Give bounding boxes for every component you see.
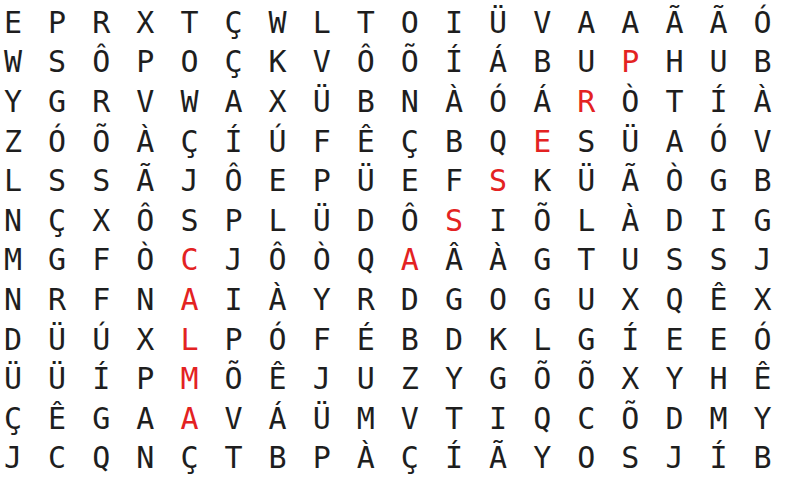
grid-cell-r8c7[interactable]: À [256,280,300,320]
grid-cell-r9c13[interactable]: L [520,320,564,360]
grid-cell-r2c12[interactable]: Á [476,43,520,83]
grid-cell-r9c5[interactable]: L [167,320,211,360]
grid-cell-r6c6[interactable]: P [211,201,255,241]
grid-cell-r4c18[interactable]: V [741,122,785,162]
grid-cell-r10c2[interactable]: Ü [35,359,79,399]
grid-cell-r9c17[interactable]: E [697,320,741,360]
grid-cell-r7c6[interactable]: J [211,241,255,281]
grid-cell-r10c8[interactable]: J [300,359,344,399]
grid-cell-r8c4[interactable]: N [123,280,167,320]
grid-cell-r6c2[interactable]: Ç [35,201,79,241]
grid-cell-r3c14[interactable]: R [564,82,608,122]
grid-cell-r10c7[interactable]: Ê [256,359,300,399]
grid-cell-r4c16[interactable]: A [652,122,696,162]
grid-cell-r8c3[interactable]: F [79,280,123,320]
grid-cell-r5c16[interactable]: Ò [652,161,696,201]
grid-cell-r11c2[interactable]: Ê [35,399,79,439]
grid-cell-r8c9[interactable]: R [344,280,388,320]
grid-cell-r4c12[interactable]: Q [476,122,520,162]
grid-cell-r3c5[interactable]: W [167,82,211,122]
grid-cell-r5c10[interactable]: E [388,161,432,201]
grid-cell-r12c18[interactable]: B [741,439,785,479]
grid-cell-r12c6[interactable]: T [211,439,255,479]
grid-cell-r5c1[interactable]: L [0,161,35,201]
grid-cell-r4c8[interactable]: F [300,122,344,162]
grid-cell-r12c8[interactable]: P [300,439,344,479]
grid-cell-r7c10[interactable]: A [388,241,432,281]
grid-cell-r10c3[interactable]: Í [79,359,123,399]
grid-cell-r7c16[interactable]: S [652,241,696,281]
grid-cell-r4c14[interactable]: S [564,122,608,162]
grid-cell-r3c18[interactable]: À [741,82,785,122]
grid-cell-r7c18[interactable]: J [741,241,785,281]
grid-cell-r5c9[interactable]: Ü [344,161,388,201]
grid-cell-r12c10[interactable]: Ç [388,439,432,479]
grid-cell-r6c14[interactable]: L [564,201,608,241]
grid-cell-r6c16[interactable]: D [652,201,696,241]
grid-cell-r6c15[interactable]: À [608,201,652,241]
grid-cell-r12c17[interactable]: Í [697,439,741,479]
grid-cell-r3c16[interactable]: T [652,82,696,122]
grid-cell-r12c2[interactable]: C [35,439,79,479]
grid-cell-r7c13[interactable]: G [520,241,564,281]
grid-cell-r2c14[interactable]: U [564,43,608,83]
grid-cell-r10c9[interactable]: U [344,359,388,399]
grid-cell-r12c16[interactable]: J [652,439,696,479]
grid-cell-r4c10[interactable]: Ç [388,122,432,162]
grid-cell-r1c6[interactable]: Ç [211,3,255,43]
grid-cell-r3c6[interactable]: A [211,82,255,122]
grid-cell-r4c17[interactable]: Ó [697,122,741,162]
grid-cell-r6c7[interactable]: L [256,201,300,241]
grid-cell-r10c11[interactable]: Y [432,359,476,399]
grid-cell-r5c12[interactable]: S [476,161,520,201]
grid-cell-r7c8[interactable]: Ò [300,241,344,281]
grid-cell-r5c5[interactable]: J [167,161,211,201]
grid-cell-r3c10[interactable]: N [388,82,432,122]
grid-cell-r2c15[interactable]: P [608,43,652,83]
grid-cell-r8c1[interactable]: N [0,280,35,320]
grid-cell-r11c4[interactable]: A [123,399,167,439]
grid-cell-r6c1[interactable]: N [0,201,35,241]
grid-cell-r11c15[interactable]: Õ [608,399,652,439]
grid-cell-r9c6[interactable]: P [211,320,255,360]
grid-cell-r1c16[interactable]: Ã [652,3,696,43]
grid-cell-r3c8[interactable]: Ü [300,82,344,122]
grid-cell-r12c13[interactable]: Y [520,439,564,479]
grid-cell-r10c10[interactable]: Z [388,359,432,399]
grid-cell-r1c8[interactable]: L [300,3,344,43]
grid-cell-r11c1[interactable]: Ç [0,399,35,439]
grid-cell-r9c2[interactable]: Ü [35,320,79,360]
grid-cell-r10c16[interactable]: Y [652,359,696,399]
grid-cell-r2c17[interactable]: U [697,43,741,83]
grid-cell-r5c14[interactable]: Ü [564,161,608,201]
grid-cell-r11c5[interactable]: A [167,399,211,439]
grid-cell-r1c11[interactable]: I [432,3,476,43]
grid-cell-r1c7[interactable]: W [256,3,300,43]
grid-cell-r11c6[interactable]: V [211,399,255,439]
grid-cell-r1c9[interactable]: T [344,3,388,43]
grid-cell-r4c6[interactable]: Í [211,122,255,162]
grid-cell-r2c8[interactable]: V [300,43,344,83]
grid-cell-r11c16[interactable]: D [652,399,696,439]
grid-cell-r3c11[interactable]: À [432,82,476,122]
grid-cell-r11c10[interactable]: V [388,399,432,439]
grid-cell-r8c10[interactable]: D [388,280,432,320]
grid-cell-r12c7[interactable]: B [256,439,300,479]
grid-cell-r6c10[interactable]: Ô [388,201,432,241]
grid-cell-r6c5[interactable]: S [167,201,211,241]
grid-cell-r2c1[interactable]: W [0,43,35,83]
grid-cell-r6c13[interactable]: Õ [520,201,564,241]
grid-cell-r5c6[interactable]: Ô [211,161,255,201]
grid-cell-r9c3[interactable]: Ú [79,320,123,360]
grid-cell-r8c18[interactable]: X [741,280,785,320]
grid-cell-r5c3[interactable]: S [79,161,123,201]
grid-cell-r2c11[interactable]: Í [432,43,476,83]
grid-cell-r4c7[interactable]: Ú [256,122,300,162]
grid-cell-r8c15[interactable]: X [608,280,652,320]
grid-cell-r2c5[interactable]: O [167,43,211,83]
grid-cell-r3c4[interactable]: V [123,82,167,122]
grid-cell-r4c4[interactable]: À [123,122,167,162]
grid-cell-r2c6[interactable]: Ç [211,43,255,83]
grid-cell-r10c18[interactable]: Ê [741,359,785,399]
grid-cell-r6c11[interactable]: S [432,201,476,241]
grid-cell-r3c1[interactable]: Y [0,82,35,122]
grid-cell-r10c1[interactable]: Ü [0,359,35,399]
grid-cell-r8c11[interactable]: G [432,280,476,320]
grid-cell-r10c17[interactable]: H [697,359,741,399]
grid-cell-r4c15[interactable]: Ü [608,122,652,162]
grid-cell-r11c3[interactable]: G [79,399,123,439]
grid-cell-r8c14[interactable]: U [564,280,608,320]
grid-cell-r4c9[interactable]: Ê [344,122,388,162]
grid-cell-r3c17[interactable]: Í [697,82,741,122]
grid-cell-r12c14[interactable]: O [564,439,608,479]
grid-cell-r2c4[interactable]: P [123,43,167,83]
grid-cell-r11c17[interactable]: M [697,399,741,439]
grid-cell-r11c13[interactable]: Q [520,399,564,439]
grid-cell-r8c12[interactable]: O [476,280,520,320]
grid-cell-r3c2[interactable]: G [35,82,79,122]
grid-cell-r7c15[interactable]: U [608,241,652,281]
grid-cell-r2c7[interactable]: K [256,43,300,83]
grid-cell-r5c15[interactable]: Ã [608,161,652,201]
grid-cell-r3c7[interactable]: X [256,82,300,122]
grid-cell-r12c9[interactable]: À [344,439,388,479]
grid-cell-r1c12[interactable]: Ü [476,3,520,43]
grid-cell-r9c15[interactable]: Í [608,320,652,360]
grid-cell-r9c18[interactable]: Ó [741,320,785,360]
grid-cell-r10c13[interactable]: Õ [520,359,564,399]
grid-cell-r4c2[interactable]: Ó [35,122,79,162]
grid-cell-r11c9[interactable]: M [344,399,388,439]
grid-cell-r9c10[interactable]: B [388,320,432,360]
grid-cell-r4c5[interactable]: Ç [167,122,211,162]
grid-cell-r5c18[interactable]: B [741,161,785,201]
grid-cell-r9c14[interactable]: G [564,320,608,360]
grid-cell-r1c13[interactable]: V [520,3,564,43]
grid-cell-r12c1[interactable]: J [0,439,35,479]
grid-cell-r5c2[interactable]: S [35,161,79,201]
grid-cell-r5c8[interactable]: P [300,161,344,201]
grid-cell-r5c13[interactable]: K [520,161,564,201]
grid-cell-r10c4[interactable]: P [123,359,167,399]
grid-cell-r10c12[interactable]: G [476,359,520,399]
grid-cell-r5c7[interactable]: E [256,161,300,201]
grid-cell-r3c3[interactable]: R [79,82,123,122]
grid-cell-r3c15[interactable]: Ò [608,82,652,122]
grid-cell-r12c15[interactable]: S [608,439,652,479]
grid-cell-r9c12[interactable]: K [476,320,520,360]
grid-cell-r7c17[interactable]: S [697,241,741,281]
grid-cell-r7c4[interactable]: Ò [123,241,167,281]
grid-cell-r1c17[interactable]: Ã [697,3,741,43]
grid-cell-r10c5[interactable]: M [167,359,211,399]
grid-cell-r11c11[interactable]: T [432,399,476,439]
grid-cell-r11c14[interactable]: C [564,399,608,439]
grid-cell-r5c4[interactable]: Ã [123,161,167,201]
grid-cell-r7c3[interactable]: F [79,241,123,281]
grid-cell-r9c7[interactable]: Ó [256,320,300,360]
grid-cell-r10c14[interactable]: Õ [564,359,608,399]
grid-cell-r3c9[interactable]: B [344,82,388,122]
grid-cell-r7c7[interactable]: Ô [256,241,300,281]
grid-cell-r9c9[interactable]: É [344,320,388,360]
grid-cell-r2c9[interactable]: Ô [344,43,388,83]
grid-cell-r1c14[interactable]: A [564,3,608,43]
word-search-grid: EPRXTÇWLTOIÜVAAÃÃÓWSÔPOÇKVÔÕÍÁBUPHUBYGRV… [0,3,785,478]
grid-cell-r2c3[interactable]: Ô [79,43,123,83]
grid-cell-r12c12[interactable]: Ã [476,439,520,479]
grid-cell-r7c2[interactable]: G [35,241,79,281]
grid-cell-r1c5[interactable]: T [167,3,211,43]
grid-cell-r9c16[interactable]: E [652,320,696,360]
grid-cell-r9c1[interactable]: D [0,320,35,360]
grid-cell-r3c13[interactable]: Á [520,82,564,122]
grid-cell-r10c6[interactable]: Õ [211,359,255,399]
grid-cell-r1c3[interactable]: R [79,3,123,43]
grid-cell-r8c13[interactable]: G [520,280,564,320]
grid-cell-r4c3[interactable]: Õ [79,122,123,162]
grid-cell-r7c14[interactable]: T [564,241,608,281]
grid-cell-r4c11[interactable]: B [432,122,476,162]
grid-cell-r10c15[interactable]: X [608,359,652,399]
grid-cell-r3c12[interactable]: Ó [476,82,520,122]
grid-cell-r9c8[interactable]: F [300,320,344,360]
grid-cell-r11c12[interactable]: I [476,399,520,439]
grid-cell-r7c12[interactable]: À [476,241,520,281]
grid-cell-r7c1[interactable]: M [0,241,35,281]
grid-cell-r2c18[interactable]: B [741,43,785,83]
grid-cell-r9c4[interactable]: X [123,320,167,360]
grid-cell-r7c5[interactable]: C [167,241,211,281]
grid-cell-r4c13[interactable]: E [520,122,564,162]
grid-cell-r1c18[interactable]: Ó [741,3,785,43]
grid-cell-r5c11[interactable]: F [432,161,476,201]
grid-cell-r2c2[interactable]: S [35,43,79,83]
grid-cell-r1c4[interactable]: X [123,3,167,43]
grid-cell-r8c5[interactable]: A [167,280,211,320]
grid-cell-r1c15[interactable]: A [608,3,652,43]
grid-cell-r11c8[interactable]: Ü [300,399,344,439]
grid-cell-r6c12[interactable]: I [476,201,520,241]
grid-cell-r8c16[interactable]: Q [652,280,696,320]
grid-cell-r6c3[interactable]: X [79,201,123,241]
grid-cell-r1c2[interactable]: P [35,3,79,43]
grid-cell-r7c11[interactable]: Â [432,241,476,281]
grid-cell-r11c18[interactable]: Y [741,399,785,439]
grid-cell-r5c17[interactable]: G [697,161,741,201]
grid-cell-r7c9[interactable]: Q [344,241,388,281]
grid-cell-r9c11[interactable]: D [432,320,476,360]
grid-cell-r4c1[interactable]: Z [0,122,35,162]
grid-cell-r8c17[interactable]: Ê [697,280,741,320]
grid-cell-r12c5[interactable]: Ç [167,439,211,479]
grid-cell-r1c1[interactable]: E [0,3,35,43]
grid-cell-r11c7[interactable]: Á [256,399,300,439]
grid-cell-r2c13[interactable]: B [520,43,564,83]
grid-cell-r1c10[interactable]: O [388,3,432,43]
grid-cell-r2c16[interactable]: H [652,43,696,83]
grid-cell-r12c4[interactable]: N [123,439,167,479]
grid-cell-r8c2[interactable]: R [35,280,79,320]
grid-cell-r6c17[interactable]: I [697,201,741,241]
grid-cell-r6c9[interactable]: D [344,201,388,241]
grid-cell-r12c3[interactable]: Q [79,439,123,479]
grid-cell-r8c6[interactable]: I [211,280,255,320]
grid-cell-r6c18[interactable]: G [741,201,785,241]
grid-cell-r8c8[interactable]: Y [300,280,344,320]
grid-cell-r12c11[interactable]: Í [432,439,476,479]
grid-cell-r2c10[interactable]: Õ [388,43,432,83]
grid-cell-r6c8[interactable]: Ü [300,201,344,241]
grid-cell-r6c4[interactable]: Ô [123,201,167,241]
